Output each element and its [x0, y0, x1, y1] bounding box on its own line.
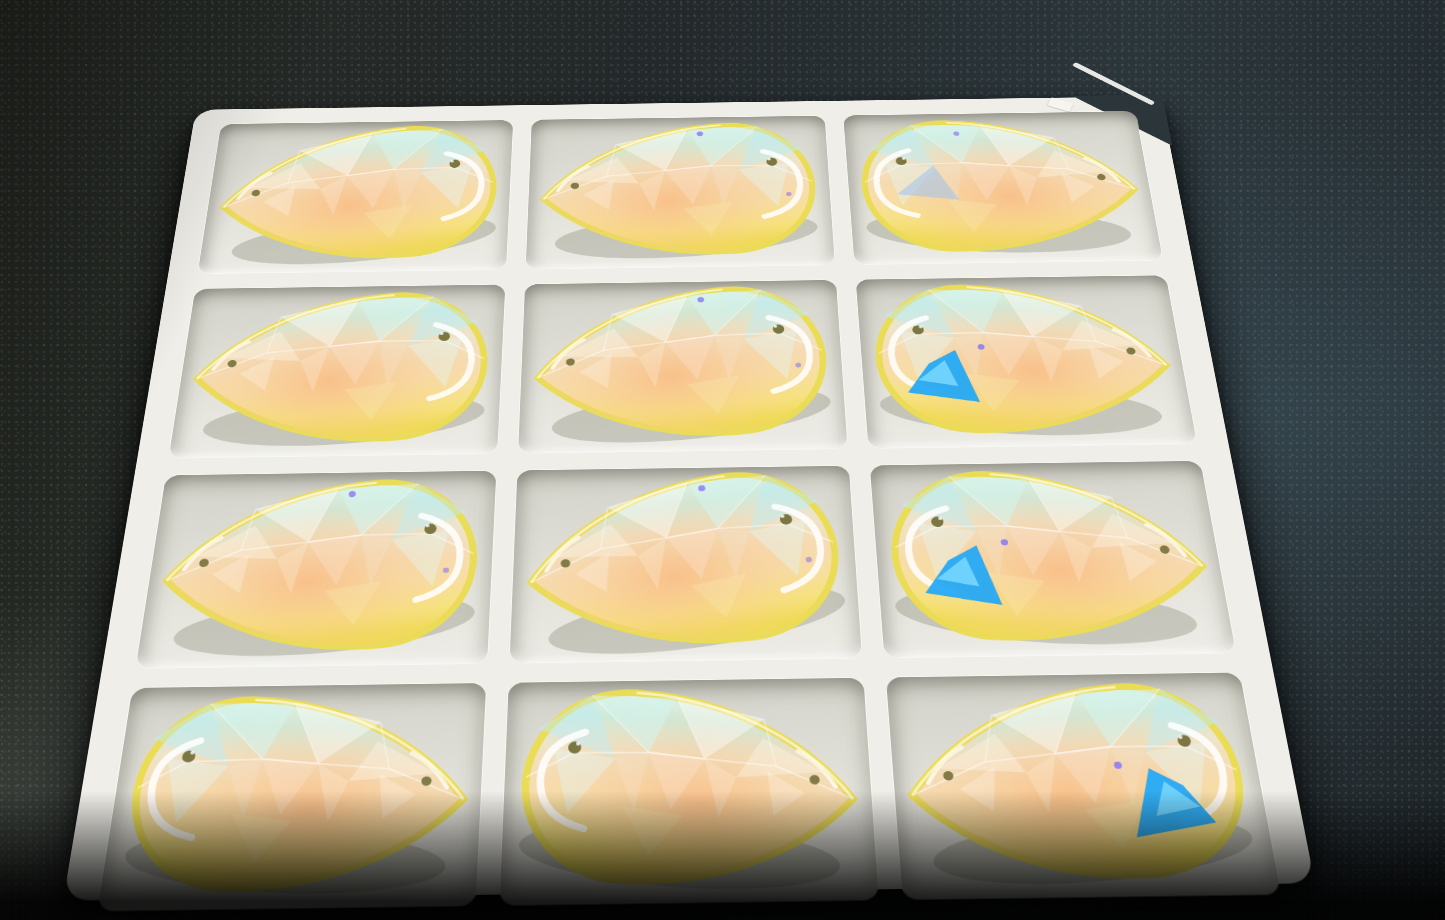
- rhinestone: [97, 677, 486, 918]
- rhinestone: [211, 108, 511, 288]
- rhinestone: [529, 107, 836, 279]
- tray-cell: [168, 285, 505, 458]
- tray-cell: [842, 111, 1162, 264]
- rhinestone: [179, 274, 499, 469]
- tray-cell: [499, 678, 877, 905]
- tray-cell: [869, 461, 1235, 658]
- tray-cell: [518, 280, 847, 453]
- tray-cell: [885, 673, 1280, 899]
- rhinestone: [149, 457, 492, 684]
- tray-grid: [63, 96, 1315, 900]
- rhinestone: [507, 446, 869, 686]
- rhinestone: [519, 266, 852, 469]
- rhinestone: [852, 108, 1154, 269]
- rhinestone: [495, 667, 868, 918]
- rhinestone-tray: [63, 96, 1315, 900]
- tray-cell: [97, 683, 486, 910]
- rhinestone: [878, 452, 1222, 670]
- tray-cell: [509, 466, 861, 663]
- rhinestone: [883, 660, 1281, 915]
- tray-cell: [525, 116, 834, 269]
- tray-cell: [197, 120, 513, 274]
- rhinestone: [865, 269, 1186, 455]
- tray-cell: [855, 275, 1197, 448]
- tray-cell: [135, 471, 496, 668]
